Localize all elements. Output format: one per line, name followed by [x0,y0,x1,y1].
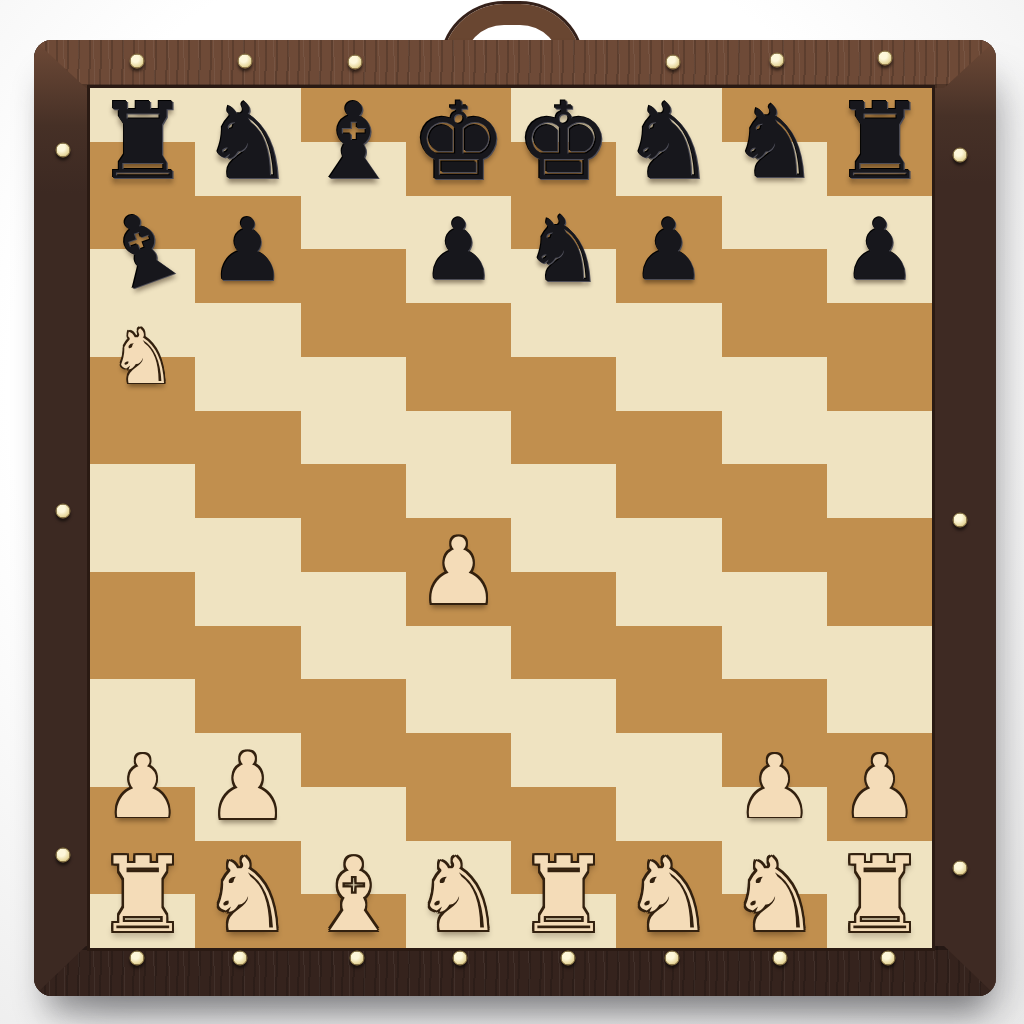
stud-bottom-5 [665,951,680,966]
black-pawn-f7[interactable]: ♟ [623,202,716,297]
stud-left-1 [56,504,71,519]
stud-bottom-4 [561,951,576,966]
white-pawn-g2[interactable]: ♟ [727,738,822,835]
stud-left-0 [56,143,71,158]
pieces-layer: ♜♞♝♚♚♞♞♜♝♟♟♞♟♟♞♟♟♟♟♟♜♞♝♞♜♞♞♜ [90,88,932,948]
stud-right-1 [953,513,968,528]
stud-top-0 [130,54,145,69]
black-pawn-d7[interactable]: ♟ [412,202,505,297]
white-rook-h1[interactable]: ♜ [823,836,932,948]
chess-case-illustration: ♜♞♝♚♚♞♞♜♝♟♟♞♟♟♞♟♟♟♟♟♜♞♝♞♜♞♞♜ [0,0,1024,1024]
black-pawn-h7[interactable]: ♟ [833,202,926,297]
stud-top-2 [348,55,363,70]
stud-right-0 [953,148,968,163]
white-rook-a1[interactable]: ♜ [90,836,199,948]
black-king-d8[interactable]: ♚ [399,88,517,202]
stud-bottom-7 [881,951,896,966]
stud-top-1 [238,54,253,69]
white-rook-e1[interactable]: ♜ [507,836,621,948]
white-knight-a6[interactable]: ♞ [102,315,184,399]
black-bishop-c8[interactable]: ♝ [295,88,411,201]
stud-bottom-1 [233,951,248,966]
stud-top-5 [878,51,893,66]
white-knight-b1[interactable]: ♞ [193,838,304,948]
stud-right-2 [953,861,968,876]
black-pawn-b7[interactable]: ♟ [201,201,296,298]
stud-bottom-3 [453,951,468,966]
stud-left-2 [56,848,71,863]
white-knight-f1[interactable]: ♞ [614,838,725,948]
stud-top-3 [666,55,681,70]
white-pawn-a2[interactable]: ♟ [95,738,190,835]
black-knight-g8[interactable]: ♞ [719,88,830,198]
black-knight-e7[interactable]: ♞ [514,198,614,300]
stud-top-4 [770,53,785,68]
stud-bottom-6 [773,951,788,966]
white-pawn-h2[interactable]: ♟ [832,738,927,835]
white-pawn-d4[interactable]: ♟ [408,521,508,623]
black-rook-a8[interactable]: ♜ [90,88,201,201]
stud-bottom-2 [350,951,365,966]
white-pawn-b2[interactable]: ♟ [198,736,298,838]
black-knight-f8[interactable]: ♞ [611,88,727,201]
black-knight-b8[interactable]: ♞ [190,88,306,201]
black-king-e8[interactable]: ♚ [505,88,623,202]
frame-top-rail [34,40,996,88]
stud-bottom-0 [130,951,145,966]
black-rook-h8[interactable]: ♜ [821,88,932,201]
chess-board: ♜♞♝♚♚♞♞♜♝♟♟♞♟♟♞♟♟♟♟♟♜♞♝♞♜♞♞♜ [90,88,932,948]
white-bishop-c1[interactable]: ♝ [298,838,409,948]
white-knight-g1[interactable]: ♞ [719,838,830,948]
white-knight-d1[interactable]: ♞ [403,838,514,948]
frame-bottom-rail [34,946,996,996]
